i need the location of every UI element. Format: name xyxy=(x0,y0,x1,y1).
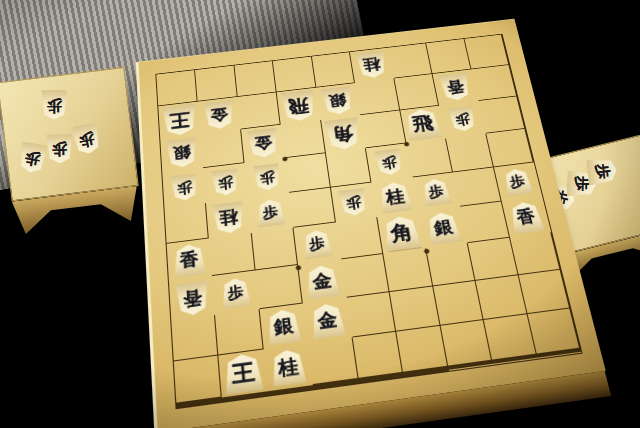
piece-kanji: 歩 xyxy=(47,98,62,113)
board-square[interactable] xyxy=(336,218,384,260)
piece-kanji: 桂 xyxy=(219,209,239,228)
board-square[interactable] xyxy=(171,315,218,361)
piece-kanji: 香 xyxy=(515,208,537,227)
board-square[interactable] xyxy=(486,128,534,166)
piece-kanji: 歩 xyxy=(594,163,610,179)
piece-kanji: 王 xyxy=(231,361,256,386)
piece-kanji: 角 xyxy=(389,222,414,244)
board-square[interactable] xyxy=(252,228,299,271)
piece-kanji: 角 xyxy=(332,124,355,144)
shogi-piece-gote[interactable]: 歩 xyxy=(374,149,404,177)
shogi-piece-gote[interactable]: 王 xyxy=(162,103,197,136)
board-grid: 桂王金飛銀香銀金角飛歩歩歩歩歩桂歩歩桂歩歩香歩角銀香香歩金銀金王桂 xyxy=(155,34,582,410)
piece-kanji: 歩 xyxy=(176,180,192,195)
board-surface: 桂王金飛銀香銀金角飛歩歩歩歩歩桂歩歩桂歩歩香歩角銀香香歩金銀金王桂 xyxy=(136,19,606,428)
board-square[interactable] xyxy=(384,249,433,292)
board-square[interactable] xyxy=(478,96,525,133)
shogi-piece-sente[interactable]: 香 xyxy=(508,200,545,234)
shogi-piece-gote[interactable]: 銀 xyxy=(322,86,355,116)
piece-kanji: 香 xyxy=(445,79,465,95)
shogi-piece-sente[interactable]: 金 xyxy=(305,264,340,300)
shogi-piece-gote[interactable]: 金 xyxy=(204,100,235,130)
board-square[interactable] xyxy=(388,43,432,78)
shogi-piece-gote[interactable]: 香 xyxy=(175,280,209,316)
shogi-piece-gote[interactable]: 桂 xyxy=(356,51,388,80)
piece-kanji: 桂 xyxy=(362,57,381,73)
piece-kanji: 歩 xyxy=(509,174,527,189)
board-square[interactable] xyxy=(238,92,281,129)
shogi-piece-sente[interactable]: 銀 xyxy=(425,211,461,245)
board-square[interactable] xyxy=(216,309,264,355)
board-square[interactable] xyxy=(464,35,509,70)
shogi-piece-sente[interactable]: 歩 xyxy=(421,178,452,207)
piece-kanji: 銀 xyxy=(329,93,348,109)
shogi-piece-gote[interactable]: 歩 xyxy=(339,188,369,217)
board-square[interactable] xyxy=(174,356,222,404)
board-square[interactable] xyxy=(394,74,439,110)
board-square[interactable] xyxy=(510,233,561,276)
piece-kanji: 歩 xyxy=(262,205,279,220)
piece-kanji: 銀 xyxy=(433,218,454,237)
board-square[interactable] xyxy=(352,332,403,379)
board-square[interactable] xyxy=(273,57,316,93)
shogi-piece-sente[interactable]: 桂 xyxy=(378,181,413,214)
shogi-piece-gote[interactable]: 歩 xyxy=(211,168,239,196)
shogi-photo-scene: 歩歩歩歩 歩歩歩 桂王金飛銀香銀金角飛歩歩歩歩歩桂歩歩桂歩歩香歩角銀香香歩金銀金… xyxy=(0,0,640,428)
board-square[interactable] xyxy=(326,148,372,187)
board-square[interactable] xyxy=(347,292,397,337)
piece-kanji: 歩 xyxy=(217,175,233,190)
board-square[interactable] xyxy=(460,202,509,244)
shogi-piece-sente[interactable]: 角 xyxy=(382,214,422,251)
shogi-piece-sente[interactable]: 香 xyxy=(173,243,206,278)
board-square[interactable] xyxy=(518,270,570,314)
komadai-left: 歩歩歩歩 xyxy=(0,67,143,235)
shogi-piece-gote[interactable]: 銀 xyxy=(166,138,198,170)
board-square[interactable] xyxy=(308,338,358,385)
board-square[interactable] xyxy=(360,110,406,148)
shogi-piece-sente[interactable]: 金 xyxy=(310,302,346,339)
piece-kanji: 歩 xyxy=(428,184,445,199)
hoshi-dot xyxy=(296,265,302,270)
piece-kanji: 銀 xyxy=(273,316,294,337)
piece-kanji: 飛 xyxy=(288,96,310,115)
shogi-piece-gote[interactable]: 香 xyxy=(438,73,472,102)
shogi-piece-gote[interactable]: 歩 xyxy=(71,123,102,156)
board-square[interactable] xyxy=(195,65,237,101)
piece-kanji: 歩 xyxy=(259,170,275,185)
piece-kanji: 歩 xyxy=(381,155,398,170)
shogi-piece-sente[interactable]: 王 xyxy=(223,352,264,395)
piece-kanji: 歩 xyxy=(52,141,67,156)
shogi-piece-gote[interactable]: 歩 xyxy=(41,91,67,120)
piece-kanji: 歩 xyxy=(24,149,41,166)
shogi-piece-gote[interactable]: 歩 xyxy=(170,173,198,202)
piece-kanji: 歩 xyxy=(78,131,96,149)
shogi-piece-sente[interactable]: 歩 xyxy=(221,277,251,309)
shogi-piece-sente[interactable]: 歩 xyxy=(256,198,285,227)
board-square[interactable] xyxy=(341,254,390,298)
shogi-piece-sente[interactable]: 銀 xyxy=(266,308,302,345)
shogi-piece-gote[interactable]: 歩 xyxy=(17,142,48,175)
piece-kanji: 金 xyxy=(317,310,338,330)
board-square[interactable] xyxy=(453,167,501,207)
piece-kanji: 歩 xyxy=(454,112,471,126)
shogi-piece-gote[interactable]: 角 xyxy=(325,117,362,151)
piece-kanji: 銀 xyxy=(172,145,191,162)
board-square[interactable] xyxy=(527,309,580,355)
board-square[interactable] xyxy=(281,120,326,158)
piece-kanji: 金 xyxy=(210,107,229,124)
shogi-piece-sente[interactable]: 桂 xyxy=(270,348,306,387)
board-square[interactable] xyxy=(390,287,440,332)
shogi-piece-gote[interactable]: 桂 xyxy=(212,201,245,235)
board-square[interactable] xyxy=(406,138,453,177)
board-square[interactable] xyxy=(396,326,447,373)
board-square[interactable] xyxy=(471,65,517,101)
shogi-piece-gote[interactable]: 歩 xyxy=(46,134,73,163)
board-square[interactable] xyxy=(156,70,198,106)
board-square[interactable] xyxy=(285,153,330,192)
piece-kanji: 歩 xyxy=(309,236,326,252)
shogi-board-anchor: 桂王金飛銀香銀金角飛歩歩歩歩歩桂歩歩桂歩歩香歩角銀香香歩金銀金王桂 xyxy=(138,0,578,428)
board-square[interactable] xyxy=(256,265,304,309)
piece-kanji: 桂 xyxy=(277,356,299,377)
board-square[interactable] xyxy=(209,233,255,276)
piece-kanji: 歩 xyxy=(345,195,362,210)
board-square[interactable] xyxy=(234,61,277,97)
shogi-piece-gote[interactable]: 歩 xyxy=(252,163,281,191)
piece-kanji: 香 xyxy=(182,288,202,308)
board-square[interactable] xyxy=(289,187,335,228)
shogi-piece-sente[interactable]: 歩 xyxy=(502,168,533,196)
shogi-piece-gote[interactable]: 飛 xyxy=(281,90,317,123)
shogi-board: 桂王金飛銀香銀金角飛歩歩歩歩歩桂歩歩桂歩歩香歩角銀香香歩金銀金王桂 xyxy=(136,19,606,428)
board-square[interactable] xyxy=(164,203,209,245)
piece-kanji: 金 xyxy=(253,135,272,152)
shogi-piece-gote[interactable]: 歩 xyxy=(447,106,477,133)
shogi-piece-sente[interactable]: 歩 xyxy=(302,229,332,259)
komadai-left-top: 歩歩歩歩 xyxy=(0,67,139,202)
piece-kanji: 金 xyxy=(312,272,333,292)
piece-kanji: 歩 xyxy=(227,284,244,301)
shogi-piece-sente[interactable]: 飛 xyxy=(404,107,442,141)
piece-kanji: 桂 xyxy=(385,188,406,206)
shogi-piece-gote[interactable]: 歩 xyxy=(586,157,618,186)
board-square[interactable] xyxy=(355,78,400,115)
piece-kanji: 飛 xyxy=(411,114,434,134)
board-square[interactable] xyxy=(201,129,245,168)
piece-kanji: 香 xyxy=(179,250,199,269)
board-square[interactable] xyxy=(312,52,356,87)
piece-kanji: 王 xyxy=(169,110,191,130)
shogi-piece-gote[interactable]: 金 xyxy=(247,128,279,159)
